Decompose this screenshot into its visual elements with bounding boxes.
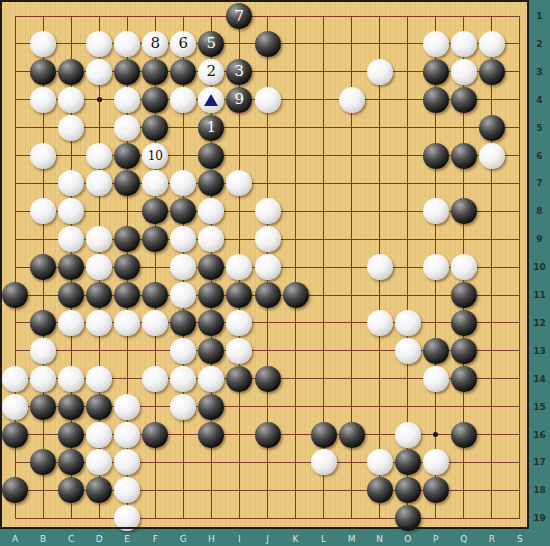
white-stone[interactable] bbox=[255, 226, 281, 252]
column-label: E bbox=[117, 534, 137, 544]
row-label: 17 bbox=[529, 457, 550, 467]
black-stone[interactable] bbox=[142, 115, 168, 141]
column-label: C bbox=[61, 534, 81, 544]
white-stone[interactable] bbox=[367, 449, 393, 475]
black-stone[interactable] bbox=[58, 254, 84, 280]
row-label: 4 bbox=[529, 95, 550, 105]
row-label: 18 bbox=[529, 485, 550, 495]
white-stone[interactable] bbox=[198, 366, 224, 392]
column-label: D bbox=[89, 534, 109, 544]
white-stone[interactable] bbox=[30, 143, 56, 169]
white-stone[interactable] bbox=[114, 394, 140, 420]
black-stone[interactable] bbox=[198, 338, 224, 364]
white-stone[interactable] bbox=[2, 394, 28, 420]
star-point bbox=[97, 97, 102, 102]
black-stone[interactable] bbox=[283, 282, 309, 308]
column-label: F bbox=[145, 534, 165, 544]
black-stone[interactable] bbox=[395, 477, 421, 503]
white-stone[interactable] bbox=[142, 366, 168, 392]
white-stone[interactable] bbox=[30, 31, 56, 57]
column-label: G bbox=[173, 534, 193, 544]
white-stone[interactable] bbox=[114, 310, 140, 336]
grid-line-vertical bbox=[519, 16, 520, 518]
column-label: I bbox=[229, 534, 249, 544]
black-stone[interactable] bbox=[395, 449, 421, 475]
black-stone[interactable] bbox=[479, 59, 505, 85]
white-stone[interactable] bbox=[479, 31, 505, 57]
column-label: M bbox=[342, 534, 362, 544]
white-stone[interactable] bbox=[367, 310, 393, 336]
board-top-edge bbox=[0, 0, 529, 2]
white-stone[interactable] bbox=[423, 366, 449, 392]
black-stone[interactable] bbox=[423, 143, 449, 169]
row-label: 9 bbox=[529, 234, 550, 244]
grid-line-horizontal bbox=[15, 518, 520, 519]
white-stone[interactable] bbox=[395, 310, 421, 336]
move-number-label: 5 bbox=[207, 36, 217, 51]
black-stone[interactable] bbox=[58, 422, 84, 448]
row-label: 19 bbox=[529, 513, 550, 523]
white-stone[interactable] bbox=[114, 422, 140, 448]
white-stone[interactable] bbox=[86, 143, 112, 169]
white-stone[interactable] bbox=[58, 366, 84, 392]
black-stone[interactable] bbox=[198, 394, 224, 420]
white-stone[interactable] bbox=[367, 254, 393, 280]
white-stone[interactable] bbox=[451, 254, 477, 280]
black-stone[interactable] bbox=[255, 366, 281, 392]
column-label: N bbox=[370, 534, 390, 544]
black-stone[interactable] bbox=[30, 394, 56, 420]
white-stone[interactable] bbox=[255, 254, 281, 280]
black-stone[interactable] bbox=[451, 366, 477, 392]
black-stone[interactable] bbox=[142, 59, 168, 85]
white-stone[interactable] bbox=[86, 59, 112, 85]
black-stone[interactable] bbox=[30, 254, 56, 280]
white-stone[interactable] bbox=[114, 31, 140, 57]
black-stone[interactable] bbox=[170, 310, 196, 336]
move-number-label: 7 bbox=[235, 9, 245, 24]
white-stone[interactable] bbox=[226, 338, 252, 364]
black-stone[interactable] bbox=[451, 87, 477, 113]
black-stone[interactable]: 5 bbox=[198, 31, 224, 57]
white-stone[interactable] bbox=[86, 422, 112, 448]
black-stone[interactable] bbox=[114, 143, 140, 169]
black-stone[interactable] bbox=[255, 31, 281, 57]
column-label: J bbox=[258, 534, 278, 544]
black-stone[interactable] bbox=[86, 394, 112, 420]
white-stone[interactable] bbox=[2, 366, 28, 392]
white-stone[interactable] bbox=[114, 87, 140, 113]
black-stone[interactable] bbox=[198, 422, 224, 448]
white-stone[interactable] bbox=[423, 31, 449, 57]
move-number-label: 1 bbox=[207, 120, 217, 135]
white-stone[interactable] bbox=[198, 87, 224, 113]
row-label: 5 bbox=[529, 123, 550, 133]
row-label: 14 bbox=[529, 374, 550, 384]
black-stone[interactable] bbox=[142, 422, 168, 448]
column-label: O bbox=[398, 534, 418, 544]
white-stone[interactable]: 8 bbox=[142, 31, 168, 57]
white-stone[interactable] bbox=[58, 87, 84, 113]
black-stone[interactable] bbox=[451, 198, 477, 224]
column-label: L bbox=[314, 534, 334, 544]
white-stone[interactable] bbox=[170, 87, 196, 113]
row-label: 6 bbox=[529, 151, 550, 161]
column-label: H bbox=[201, 534, 221, 544]
white-stone[interactable] bbox=[30, 87, 56, 113]
row-label: 16 bbox=[529, 430, 550, 440]
move-number-label: 2 bbox=[207, 64, 217, 79]
black-stone[interactable] bbox=[479, 115, 505, 141]
black-stone[interactable] bbox=[423, 477, 449, 503]
row-label: 11 bbox=[529, 290, 550, 300]
column-label: A bbox=[5, 534, 25, 544]
black-stone[interactable] bbox=[30, 310, 56, 336]
black-stone[interactable] bbox=[30, 59, 56, 85]
white-stone[interactable] bbox=[142, 310, 168, 336]
white-stone[interactable] bbox=[58, 115, 84, 141]
column-label: R bbox=[482, 534, 502, 544]
black-stone[interactable] bbox=[2, 282, 28, 308]
white-stone[interactable] bbox=[30, 366, 56, 392]
white-stone[interactable] bbox=[30, 338, 56, 364]
board-left-edge bbox=[0, 0, 2, 529]
black-stone[interactable] bbox=[423, 87, 449, 113]
column-label: Q bbox=[454, 534, 474, 544]
row-label: 3 bbox=[529, 67, 550, 77]
white-stone[interactable] bbox=[170, 394, 196, 420]
black-stone[interactable] bbox=[339, 422, 365, 448]
black-stone[interactable]: 3 bbox=[226, 59, 252, 85]
white-stone[interactable]: 2 bbox=[198, 59, 224, 85]
column-label: S bbox=[510, 534, 530, 544]
black-stone[interactable] bbox=[198, 310, 224, 336]
white-stone[interactable] bbox=[58, 310, 84, 336]
white-stone[interactable] bbox=[114, 115, 140, 141]
black-stone[interactable] bbox=[451, 282, 477, 308]
black-stone[interactable] bbox=[86, 282, 112, 308]
black-stone[interactable] bbox=[255, 282, 281, 308]
white-stone[interactable] bbox=[86, 31, 112, 57]
white-stone[interactable] bbox=[311, 449, 337, 475]
black-stone[interactable] bbox=[311, 422, 337, 448]
white-stone[interactable]: 6 bbox=[170, 31, 196, 57]
black-stone[interactable]: 1 bbox=[198, 115, 224, 141]
white-stone[interactable] bbox=[479, 143, 505, 169]
white-stone[interactable] bbox=[255, 198, 281, 224]
black-stone[interactable] bbox=[255, 422, 281, 448]
grid-line-vertical bbox=[491, 16, 492, 518]
board-right-edge bbox=[527, 0, 529, 529]
black-stone[interactable] bbox=[451, 143, 477, 169]
black-stone[interactable] bbox=[451, 338, 477, 364]
black-stone[interactable] bbox=[198, 143, 224, 169]
white-stone[interactable] bbox=[255, 87, 281, 113]
black-stone[interactable] bbox=[58, 394, 84, 420]
column-label: K bbox=[286, 534, 306, 544]
white-stone[interactable] bbox=[423, 254, 449, 280]
move-number-label: 6 bbox=[179, 36, 189, 51]
black-stone[interactable] bbox=[451, 422, 477, 448]
black-stone[interactable] bbox=[367, 477, 393, 503]
row-label: 13 bbox=[529, 346, 550, 356]
black-stone[interactable] bbox=[451, 310, 477, 336]
white-stone[interactable] bbox=[451, 31, 477, 57]
white-stone[interactable] bbox=[86, 310, 112, 336]
black-stone[interactable]: 9 bbox=[226, 87, 252, 113]
black-stone[interactable] bbox=[114, 59, 140, 85]
black-stone[interactable] bbox=[58, 282, 84, 308]
move-number-label: 10 bbox=[148, 150, 163, 162]
black-stone[interactable] bbox=[114, 282, 140, 308]
row-label: 15 bbox=[529, 402, 550, 412]
white-stone[interactable] bbox=[395, 338, 421, 364]
white-stone[interactable] bbox=[367, 59, 393, 85]
black-stone[interactable] bbox=[142, 87, 168, 113]
white-stone[interactable] bbox=[423, 198, 449, 224]
black-stone[interactable] bbox=[226, 366, 252, 392]
move-number-label: 9 bbox=[235, 92, 245, 107]
row-label: 7 bbox=[529, 178, 550, 188]
move-number-label: 8 bbox=[151, 36, 161, 51]
white-stone[interactable]: 10 bbox=[142, 143, 168, 169]
go-diagram-screenshot: 7865239110 ABCDEFGHIJKLMNOPQRS1234567891… bbox=[0, 0, 550, 546]
white-stone[interactable] bbox=[339, 87, 365, 113]
board-bottom-edge bbox=[0, 527, 529, 529]
move-number-label: 3 bbox=[235, 64, 245, 79]
row-label: 8 bbox=[529, 206, 550, 216]
black-stone[interactable] bbox=[170, 59, 196, 85]
column-label: P bbox=[426, 534, 446, 544]
column-label: B bbox=[33, 534, 53, 544]
row-label: 1 bbox=[529, 11, 550, 21]
row-label: 10 bbox=[529, 262, 550, 272]
white-stone[interactable] bbox=[170, 366, 196, 392]
grid-line-vertical bbox=[295, 16, 296, 518]
white-stone[interactable] bbox=[395, 422, 421, 448]
black-stone[interactable] bbox=[2, 422, 28, 448]
black-stone[interactable] bbox=[58, 59, 84, 85]
white-stone[interactable] bbox=[423, 449, 449, 475]
row-label: 2 bbox=[529, 39, 550, 49]
black-stone[interactable] bbox=[423, 59, 449, 85]
white-stone[interactable] bbox=[86, 366, 112, 392]
triangle-marker-icon bbox=[204, 94, 218, 106]
black-stone[interactable] bbox=[423, 338, 449, 364]
white-stone[interactable] bbox=[170, 338, 196, 364]
row-label: 12 bbox=[529, 318, 550, 328]
white-stone[interactable] bbox=[451, 59, 477, 85]
